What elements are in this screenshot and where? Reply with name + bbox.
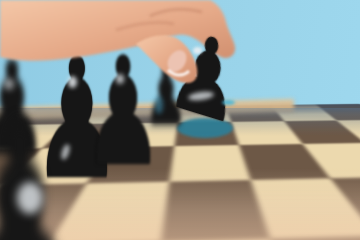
- index-finger-shape: [136, 35, 197, 83]
- chess-photo-scene: ♟♟♟♟♟♟: [0, 0, 360, 240]
- black-pawn-foreground[interactable]: ♟: [0, 92, 90, 240]
